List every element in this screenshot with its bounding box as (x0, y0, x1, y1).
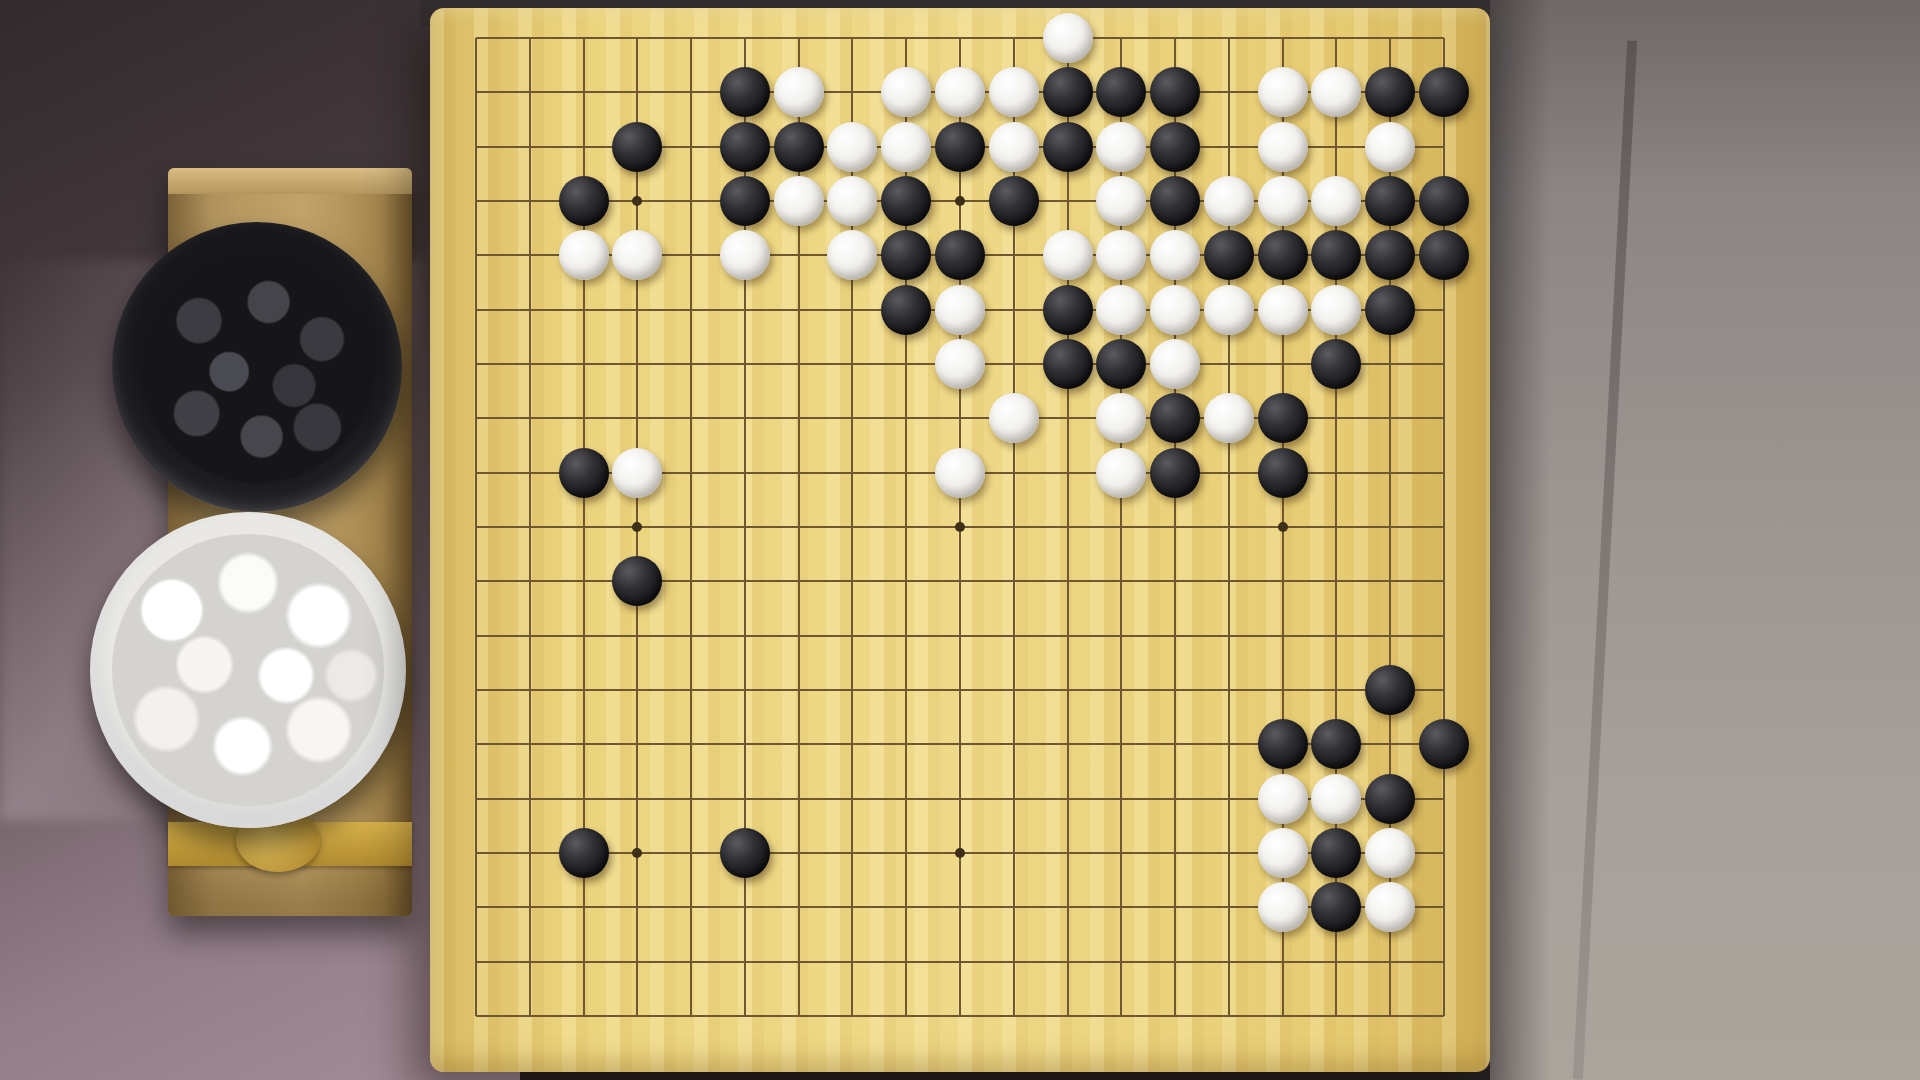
grid-line-horizontal (476, 1015, 1444, 1017)
white-stone (559, 230, 609, 280)
black-stone (1204, 230, 1254, 280)
black-stone (1311, 230, 1361, 280)
white-stone (612, 448, 662, 498)
white-stone (1150, 339, 1200, 389)
black-stone (935, 122, 985, 172)
black-stone (1258, 719, 1308, 769)
white-stone (935, 67, 985, 117)
white-stone (1043, 13, 1093, 63)
black-stones-pile (141, 251, 373, 483)
white-stone (935, 285, 985, 335)
white-stone (1258, 774, 1308, 824)
white-stone (1258, 828, 1308, 878)
hoshi-star-point (955, 522, 965, 532)
black-stone (720, 828, 770, 878)
black-stone (1258, 448, 1308, 498)
hoshi-star-point (632, 522, 642, 532)
white-stone (1258, 285, 1308, 335)
white-stone (1096, 230, 1146, 280)
white-stone (1204, 393, 1254, 443)
white-stone (1311, 176, 1361, 226)
white-stone (1258, 176, 1308, 226)
black-stone (1043, 285, 1093, 335)
white-stone (1311, 67, 1361, 117)
hoshi-star-point (1278, 522, 1288, 532)
white-stones-bowl (90, 512, 406, 828)
black-stone (612, 122, 662, 172)
white-stone (989, 67, 1039, 117)
grid-line-vertical (1067, 38, 1069, 1016)
white-stone (774, 176, 824, 226)
white-stone (827, 230, 877, 280)
white-stone (612, 230, 662, 280)
black-stone (989, 176, 1039, 226)
white-stone (881, 122, 931, 172)
black-stone (1419, 719, 1469, 769)
hoshi-star-point (955, 196, 965, 206)
black-stone (1150, 176, 1200, 226)
white-stone (935, 339, 985, 389)
black-stone (1365, 67, 1415, 117)
black-stone (1150, 67, 1200, 117)
black-stone (1365, 665, 1415, 715)
black-stones-bowl (112, 222, 402, 512)
black-stone (720, 176, 770, 226)
grid-line-horizontal (476, 635, 1444, 637)
black-stone (720, 67, 770, 117)
black-stone (1311, 882, 1361, 932)
black-stone (1150, 122, 1200, 172)
black-stone (1258, 393, 1308, 443)
black-stone (559, 828, 609, 878)
white-stone (827, 176, 877, 226)
go-board (430, 8, 1490, 1072)
white-stone (1096, 448, 1146, 498)
white-stone (989, 393, 1039, 443)
black-stone (881, 176, 931, 226)
white-stone (1150, 285, 1200, 335)
grid-line-horizontal (476, 961, 1444, 963)
black-stone (881, 285, 931, 335)
black-stone (1419, 176, 1469, 226)
black-stone (1365, 774, 1415, 824)
white-stone (720, 230, 770, 280)
white-stone (1043, 230, 1093, 280)
black-stone (559, 448, 609, 498)
black-stone (1096, 67, 1146, 117)
grid-line-horizontal (476, 689, 1444, 691)
white-stone (1258, 67, 1308, 117)
black-stone (1096, 339, 1146, 389)
white-stone (774, 67, 824, 117)
white-stone (989, 122, 1039, 172)
black-stone (720, 122, 770, 172)
white-stones-pile (112, 534, 384, 806)
black-stone (1150, 393, 1200, 443)
black-stone (1365, 230, 1415, 280)
black-stone (1365, 176, 1415, 226)
white-stone (1365, 122, 1415, 172)
wall-shadow (1490, 0, 1550, 1080)
white-stone (881, 67, 931, 117)
hoshi-star-point (955, 848, 965, 858)
white-stone (1096, 285, 1146, 335)
white-stone (1365, 882, 1415, 932)
white-stone (827, 122, 877, 172)
white-stone (1204, 176, 1254, 226)
black-stone (1258, 230, 1308, 280)
white-stone (1258, 882, 1308, 932)
black-stone (935, 230, 985, 280)
go-game-photo (0, 0, 1920, 1080)
black-stone (559, 176, 609, 226)
black-stone (1365, 285, 1415, 335)
black-stone (881, 230, 931, 280)
black-stone (1311, 828, 1361, 878)
white-stone (1096, 393, 1146, 443)
hoshi-star-point (632, 196, 642, 206)
black-stone (1043, 122, 1093, 172)
white-stone (1096, 122, 1146, 172)
white-stone (1204, 285, 1254, 335)
white-stone (1365, 828, 1415, 878)
black-stone (1419, 67, 1469, 117)
white-stone (1096, 176, 1146, 226)
black-stone (1311, 719, 1361, 769)
white-stone (1311, 774, 1361, 824)
white-stone (1150, 230, 1200, 280)
black-stone (1311, 339, 1361, 389)
white-stone (1258, 122, 1308, 172)
black-stone (1419, 230, 1469, 280)
white-stone (935, 448, 985, 498)
black-stone (1043, 339, 1093, 389)
black-stone (774, 122, 824, 172)
wooden-stand-top (168, 168, 412, 194)
black-stone (1150, 448, 1200, 498)
white-stone (1311, 285, 1361, 335)
black-stone (612, 556, 662, 606)
black-stone (1043, 67, 1093, 117)
background-right-wall (1490, 0, 1920, 1080)
hoshi-star-point (632, 848, 642, 858)
